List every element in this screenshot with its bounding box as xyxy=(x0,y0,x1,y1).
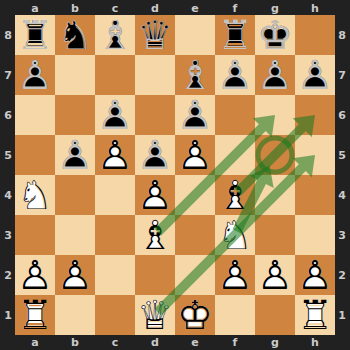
square-a4[interactable]: ♞♘ xyxy=(15,175,55,215)
square-e7[interactable]: ♝♗ xyxy=(175,55,215,95)
square-e3[interactable] xyxy=(175,215,215,255)
file-label-bottom-a: a xyxy=(31,336,38,349)
piece-black-pawn-e6[interactable]: ♟♙ xyxy=(175,95,215,135)
piece-glyph-outline: ♗ xyxy=(175,53,215,97)
piece-black-rook-f8[interactable]: ♜♖ xyxy=(215,15,255,55)
square-g7[interactable]: ♟♙ xyxy=(255,55,295,95)
rank-label-left-4: 4 xyxy=(4,189,12,202)
file-label-top-h: h xyxy=(311,2,319,15)
square-c6[interactable]: ♟♙ xyxy=(95,95,135,135)
square-c2[interactable] xyxy=(95,255,135,295)
piece-white-king-e1[interactable]: ♚♔ xyxy=(175,295,215,335)
rank-label-right-7: 7 xyxy=(338,69,346,82)
piece-black-pawn-g7[interactable]: ♟♙ xyxy=(255,55,295,95)
piece-white-pawn-b2[interactable]: ♟♙ xyxy=(55,255,95,295)
file-label-bottom-h: h xyxy=(311,336,319,349)
chess-board[interactable]: ♜♖♞♘♝♗♛♕♜♖♚♔♟♙♝♗♟♙♟♙♟♙♟♙♟♙♟♙♟♙♟♙♟♙♞♘♟♙♝♗… xyxy=(15,15,335,335)
rank-label-left-5: 5 xyxy=(4,149,12,162)
square-a8[interactable]: ♜♖ xyxy=(15,15,55,55)
square-c7[interactable] xyxy=(95,55,135,95)
piece-glyph-outline: ♖ xyxy=(15,13,55,57)
piece-black-knight-b8[interactable]: ♞♘ xyxy=(55,15,95,55)
file-label-bottom-c: c xyxy=(112,336,119,349)
file-label-bottom-b: b xyxy=(71,336,79,349)
piece-glyph-outline: ♙ xyxy=(135,133,175,177)
square-g5[interactable] xyxy=(255,135,295,175)
square-g3[interactable] xyxy=(255,215,295,255)
piece-white-pawn-e5[interactable]: ♟♙ xyxy=(175,135,215,175)
square-f3[interactable]: ♞♘ xyxy=(215,215,255,255)
rank-label-right-8: 8 xyxy=(338,29,346,42)
square-b1[interactable] xyxy=(55,295,95,335)
piece-glyph-outline: ♙ xyxy=(295,53,335,97)
piece-glyph-outline: ♔ xyxy=(255,13,295,57)
rank-label-right-1: 1 xyxy=(338,309,346,322)
rank-label-left-6: 6 xyxy=(4,109,12,122)
piece-glyph-outline: ♙ xyxy=(215,53,255,97)
piece-white-bishop-f4[interactable]: ♝♗ xyxy=(215,175,255,215)
square-g4[interactable] xyxy=(255,175,295,215)
piece-glyph-outline: ♗ xyxy=(215,173,255,217)
file-label-bottom-e: e xyxy=(191,336,198,349)
file-label-top-b: b xyxy=(71,2,79,15)
file-label-top-a: a xyxy=(31,2,38,15)
piece-black-bishop-c8[interactable]: ♝♗ xyxy=(95,15,135,55)
square-d3[interactable]: ♝♗ xyxy=(135,215,175,255)
rank-label-right-2: 2 xyxy=(338,269,346,282)
square-h1[interactable]: ♜♖ xyxy=(295,295,335,335)
square-a6[interactable] xyxy=(15,95,55,135)
rank-label-right-3: 3 xyxy=(338,229,346,242)
chess-board-frame: ♜♖♞♘♝♗♛♕♜♖♚♔♟♙♝♗♟♙♟♙♟♙♟♙♟♙♟♙♟♙♟♙♟♙♞♘♟♙♝♗… xyxy=(0,0,350,350)
square-a5[interactable] xyxy=(15,135,55,175)
square-f1[interactable] xyxy=(215,295,255,335)
piece-white-knight-a4[interactable]: ♞♘ xyxy=(15,175,55,215)
piece-glyph-outline: ♘ xyxy=(215,213,255,257)
square-a1[interactable]: ♜♖ xyxy=(15,295,55,335)
piece-white-pawn-a2[interactable]: ♟♙ xyxy=(15,255,55,295)
square-b8[interactable]: ♞♘ xyxy=(55,15,95,55)
piece-glyph-outline: ♗ xyxy=(135,213,175,257)
piece-glyph-outline: ♖ xyxy=(295,293,335,337)
piece-glyph-outline: ♙ xyxy=(55,253,95,297)
piece-glyph-outline: ♙ xyxy=(15,253,55,297)
file-label-bottom-g: g xyxy=(271,336,279,349)
square-h3[interactable] xyxy=(295,215,335,255)
piece-glyph-outline: ♕ xyxy=(135,13,175,57)
rank-label-left-3: 3 xyxy=(4,229,12,242)
piece-glyph-outline: ♙ xyxy=(95,133,135,177)
square-c4[interactable] xyxy=(95,175,135,215)
square-e5[interactable]: ♟♙ xyxy=(175,135,215,175)
square-f7[interactable]: ♟♙ xyxy=(215,55,255,95)
square-d2[interactable] xyxy=(135,255,175,295)
square-h6[interactable] xyxy=(295,95,335,135)
square-d8[interactable]: ♛♕ xyxy=(135,15,175,55)
square-a2[interactable]: ♟♙ xyxy=(15,255,55,295)
piece-glyph-outline: ♙ xyxy=(215,253,255,297)
rank-label-left-7: 7 xyxy=(4,69,12,82)
piece-white-knight-f3[interactable]: ♞♘ xyxy=(215,215,255,255)
square-b7[interactable] xyxy=(55,55,95,95)
piece-glyph-outline: ♗ xyxy=(95,13,135,57)
piece-black-pawn-c6[interactable]: ♟♙ xyxy=(95,95,135,135)
piece-glyph-outline: ♔ xyxy=(175,293,215,337)
piece-glyph-outline: ♕ xyxy=(135,293,175,337)
square-f4[interactable]: ♝♗ xyxy=(215,175,255,215)
piece-black-queen-d8[interactable]: ♛♕ xyxy=(135,15,175,55)
square-e1[interactable]: ♚♔ xyxy=(175,295,215,335)
piece-glyph-outline: ♘ xyxy=(55,13,95,57)
square-f8[interactable]: ♜♖ xyxy=(215,15,255,55)
file-label-top-g: g xyxy=(271,2,279,15)
square-h7[interactable]: ♟♙ xyxy=(295,55,335,95)
piece-glyph-outline: ♙ xyxy=(295,253,335,297)
square-d4[interactable]: ♟♙ xyxy=(135,175,175,215)
square-g2[interactable]: ♟♙ xyxy=(255,255,295,295)
file-label-bottom-d: d xyxy=(151,336,159,349)
square-b5[interactable]: ♟♙ xyxy=(55,135,95,175)
square-b6[interactable] xyxy=(55,95,95,135)
square-h4[interactable] xyxy=(295,175,335,215)
square-d7[interactable] xyxy=(135,55,175,95)
square-b4[interactable] xyxy=(55,175,95,215)
rank-label-right-4: 4 xyxy=(338,189,346,202)
piece-glyph-outline: ♖ xyxy=(215,13,255,57)
piece-glyph-outline: ♙ xyxy=(255,53,295,97)
square-e4[interactable] xyxy=(175,175,215,215)
square-c3[interactable] xyxy=(95,215,135,255)
square-d5[interactable]: ♟♙ xyxy=(135,135,175,175)
piece-white-pawn-d4[interactable]: ♟♙ xyxy=(135,175,175,215)
piece-glyph-outline: ♖ xyxy=(15,293,55,337)
piece-black-king-g8[interactable]: ♚♔ xyxy=(255,15,295,55)
piece-glyph-outline: ♙ xyxy=(175,93,215,137)
file-label-top-c: c xyxy=(112,2,119,15)
piece-glyph-outline: ♙ xyxy=(175,133,215,177)
piece-black-bishop-e7[interactable]: ♝♗ xyxy=(175,55,215,95)
piece-black-pawn-h7[interactable]: ♟♙ xyxy=(295,55,335,95)
piece-glyph-outline: ♙ xyxy=(55,133,95,177)
piece-black-rook-a8[interactable]: ♜♖ xyxy=(15,15,55,55)
piece-white-rook-a1[interactable]: ♜♖ xyxy=(15,295,55,335)
square-d6[interactable] xyxy=(135,95,175,135)
piece-white-pawn-g2[interactable]: ♟♙ xyxy=(255,255,295,295)
square-e8[interactable] xyxy=(175,15,215,55)
piece-white-queen-d1[interactable]: ♛♕ xyxy=(135,295,175,335)
square-f2[interactable]: ♟♙ xyxy=(215,255,255,295)
file-label-top-d: d xyxy=(151,2,159,15)
piece-glyph-outline: ♘ xyxy=(15,173,55,217)
square-f5[interactable] xyxy=(215,135,255,175)
square-b3[interactable] xyxy=(55,215,95,255)
square-d1[interactable]: ♛♕ xyxy=(135,295,175,335)
square-h2[interactable]: ♟♙ xyxy=(295,255,335,295)
rank-label-right-6: 6 xyxy=(338,109,346,122)
piece-glyph-outline: ♙ xyxy=(15,53,55,97)
piece-black-pawn-b5[interactable]: ♟♙ xyxy=(55,135,95,175)
rank-label-left-8: 8 xyxy=(4,29,12,42)
piece-black-pawn-a7[interactable]: ♟♙ xyxy=(15,55,55,95)
square-f6[interactable] xyxy=(215,95,255,135)
file-label-bottom-f: f xyxy=(233,336,238,349)
square-e6[interactable]: ♟♙ xyxy=(175,95,215,135)
square-g8[interactable]: ♚♔ xyxy=(255,15,295,55)
piece-white-pawn-f2[interactable]: ♟♙ xyxy=(215,255,255,295)
rank-label-left-1: 1 xyxy=(4,309,12,322)
square-c1[interactable] xyxy=(95,295,135,335)
square-h8[interactable] xyxy=(295,15,335,55)
square-a3[interactable] xyxy=(15,215,55,255)
piece-white-pawn-h2[interactable]: ♟♙ xyxy=(295,255,335,295)
piece-black-pawn-d5[interactable]: ♟♙ xyxy=(135,135,175,175)
piece-white-rook-h1[interactable]: ♜♖ xyxy=(295,295,335,335)
square-b2[interactable]: ♟♙ xyxy=(55,255,95,295)
square-e2[interactable] xyxy=(175,255,215,295)
square-g6[interactable] xyxy=(255,95,295,135)
piece-glyph-outline: ♙ xyxy=(135,173,175,217)
rank-label-right-5: 5 xyxy=(338,149,346,162)
piece-white-bishop-d3[interactable]: ♝♗ xyxy=(135,215,175,255)
piece-white-pawn-c5[interactable]: ♟♙ xyxy=(95,135,135,175)
piece-black-pawn-f7[interactable]: ♟♙ xyxy=(215,55,255,95)
file-label-top-f: f xyxy=(233,2,238,15)
square-a7[interactable]: ♟♙ xyxy=(15,55,55,95)
square-c5[interactable]: ♟♙ xyxy=(95,135,135,175)
square-g1[interactable] xyxy=(255,295,295,335)
square-h5[interactable] xyxy=(295,135,335,175)
file-label-top-e: e xyxy=(191,2,198,15)
piece-glyph-outline: ♙ xyxy=(255,253,295,297)
square-c8[interactable]: ♝♗ xyxy=(95,15,135,55)
rank-label-left-2: 2 xyxy=(4,269,12,282)
piece-glyph-outline: ♙ xyxy=(95,93,135,137)
